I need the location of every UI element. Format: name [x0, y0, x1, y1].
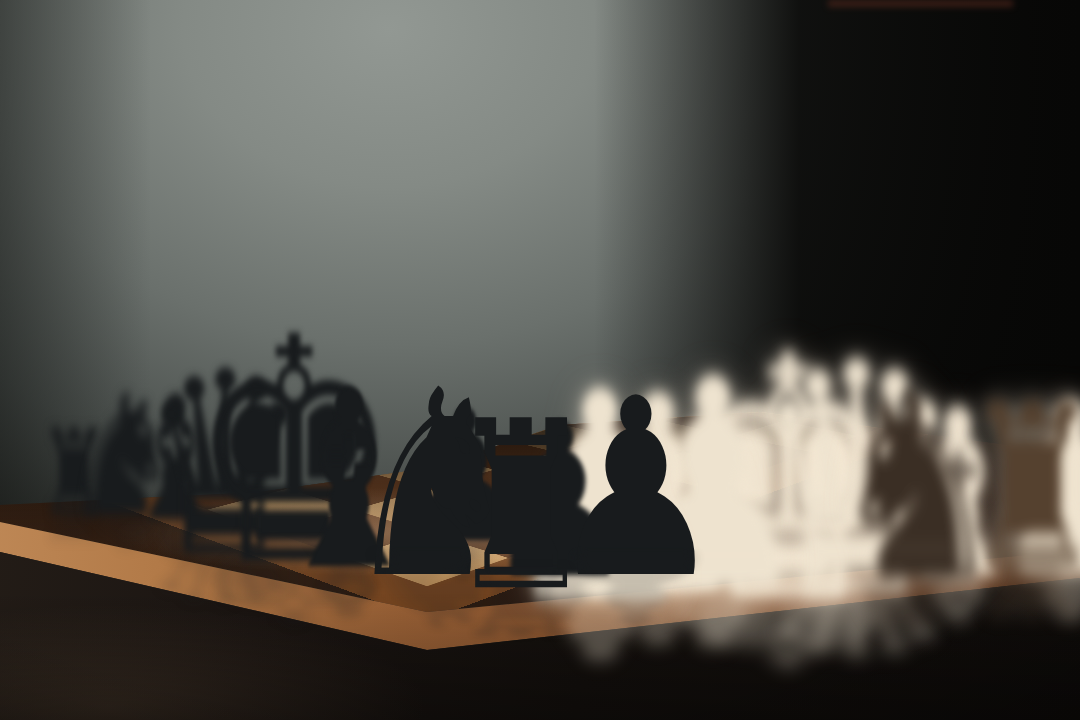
chess-photo-scene: ♜♞♝♛♚♝♞♟♜♟♟♟♟♟♚♛♞♝♜♟ — [0, 0, 1080, 720]
pieces-layer: ♜♞♝♛♚♝♞♟♜♟♟♟♟♟♚♛♞♝♜♟ — [0, 0, 1080, 720]
piece-black-pawn-advanced[interactable]: ♟ — [548, 366, 724, 612]
piece-white-knight[interactable]: ♞ — [827, 359, 1007, 617]
